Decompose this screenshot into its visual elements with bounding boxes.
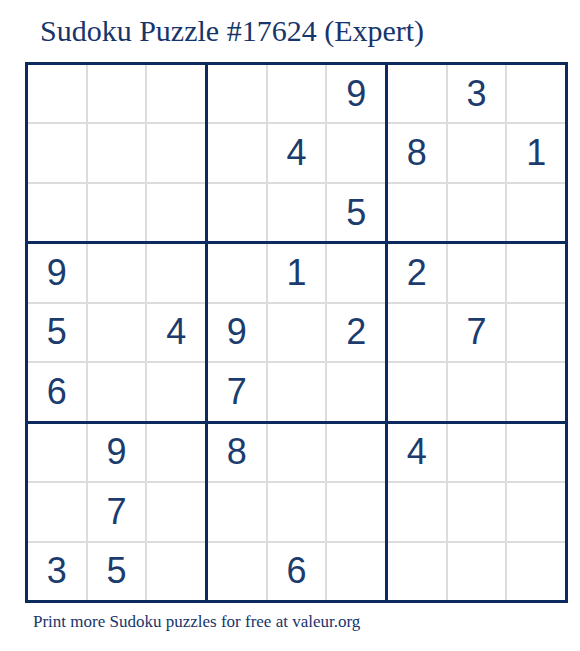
cell-r6c4[interactable]: 7 [208, 363, 266, 420]
cell-r1c2[interactable] [88, 65, 146, 122]
cell-r4c6[interactable] [327, 244, 385, 301]
sudoku-board: 94538195461927279735864 [25, 62, 568, 603]
cell-r8c4[interactable] [208, 483, 266, 540]
cell-r4c9[interactable] [507, 244, 565, 301]
cell-r4c3[interactable] [147, 244, 205, 301]
cell-r7c2[interactable]: 9 [88, 424, 146, 481]
cell-r3c9[interactable] [507, 184, 565, 241]
cell-r6c2[interactable] [88, 363, 146, 420]
box-r2c2: 1927 [208, 244, 385, 420]
cell-r9c5[interactable]: 6 [268, 543, 326, 600]
cell-r1c4[interactable] [208, 65, 266, 122]
cell-r8c8[interactable] [448, 483, 506, 540]
cell-r9c1[interactable]: 3 [28, 543, 86, 600]
cell-r7c1[interactable] [28, 424, 86, 481]
cell-r8c2[interactable]: 7 [88, 483, 146, 540]
cell-r3c5[interactable] [268, 184, 326, 241]
cell-r4c5[interactable]: 1 [268, 244, 326, 301]
cell-r6c5[interactable] [268, 363, 326, 420]
cell-r6c6[interactable] [327, 363, 385, 420]
cell-r2c6[interactable] [327, 124, 385, 181]
box-r1c3: 381 [388, 65, 565, 241]
box-r2c3: 27 [388, 244, 565, 420]
cell-r7c9[interactable] [507, 424, 565, 481]
cell-r2c4[interactable] [208, 124, 266, 181]
cell-r2c7[interactable]: 8 [388, 124, 446, 181]
cell-r2c3[interactable] [147, 124, 205, 181]
cell-r4c8[interactable] [448, 244, 506, 301]
cell-r3c4[interactable] [208, 184, 266, 241]
cell-r3c7[interactable] [388, 184, 446, 241]
box-r3c1: 9735 [28, 424, 205, 600]
cell-r2c5[interactable]: 4 [268, 124, 326, 181]
cell-r6c8[interactable] [448, 363, 506, 420]
cell-r8c6[interactable] [327, 483, 385, 540]
cell-r2c8[interactable] [448, 124, 506, 181]
cell-r9c3[interactable] [147, 543, 205, 600]
cell-r3c1[interactable] [28, 184, 86, 241]
cell-r1c9[interactable] [507, 65, 565, 122]
cell-r3c8[interactable] [448, 184, 506, 241]
cell-r6c1[interactable]: 6 [28, 363, 86, 420]
footer-text: Print more Sudoku puzzles for free at va… [33, 612, 360, 632]
cell-r1c3[interactable] [147, 65, 205, 122]
cell-r4c1[interactable]: 9 [28, 244, 86, 301]
cell-r5c3[interactable]: 4 [147, 304, 205, 361]
cell-r8c1[interactable] [28, 483, 86, 540]
cell-r5c6[interactable]: 2 [327, 304, 385, 361]
cell-r1c1[interactable] [28, 65, 86, 122]
cell-r9c8[interactable] [448, 543, 506, 600]
cell-r7c4[interactable]: 8 [208, 424, 266, 481]
cell-r5c8[interactable]: 7 [448, 304, 506, 361]
cell-r7c3[interactable] [147, 424, 205, 481]
cell-r9c9[interactable] [507, 543, 565, 600]
cell-r8c7[interactable] [388, 483, 446, 540]
cell-r1c8[interactable]: 3 [448, 65, 506, 122]
cell-r4c2[interactable] [88, 244, 146, 301]
cell-r2c9[interactable]: 1 [507, 124, 565, 181]
cell-r9c4[interactable] [208, 543, 266, 600]
cell-r9c6[interactable] [327, 543, 385, 600]
cell-r1c7[interactable] [388, 65, 446, 122]
box-r3c2: 86 [208, 424, 385, 600]
cell-r3c2[interactable] [88, 184, 146, 241]
cell-r5c4[interactable]: 9 [208, 304, 266, 361]
cell-r9c7[interactable] [388, 543, 446, 600]
cell-r5c1[interactable]: 5 [28, 304, 86, 361]
cell-r6c9[interactable] [507, 363, 565, 420]
cell-r5c2[interactable] [88, 304, 146, 361]
cell-r3c6[interactable]: 5 [327, 184, 385, 241]
page-title: Sudoku Puzzle #17624 (Expert) [40, 14, 424, 48]
cell-r9c2[interactable]: 5 [88, 543, 146, 600]
cell-r7c7[interactable]: 4 [388, 424, 446, 481]
cell-r4c4[interactable] [208, 244, 266, 301]
cell-r7c5[interactable] [268, 424, 326, 481]
cell-r6c7[interactable] [388, 363, 446, 420]
box-r1c1 [28, 65, 205, 241]
cell-r8c3[interactable] [147, 483, 205, 540]
box-r2c1: 9546 [28, 244, 205, 420]
box-r3c3: 4 [388, 424, 565, 600]
cell-r5c9[interactable] [507, 304, 565, 361]
cell-r5c7[interactable] [388, 304, 446, 361]
cell-r2c1[interactable] [28, 124, 86, 181]
box-r1c2: 945 [208, 65, 385, 241]
cell-r7c8[interactable] [448, 424, 506, 481]
sudoku-print-page: Sudoku Puzzle #17624 (Expert) 9453819546… [0, 0, 580, 651]
cell-r8c9[interactable] [507, 483, 565, 540]
cell-r6c3[interactable] [147, 363, 205, 420]
cell-r5c5[interactable] [268, 304, 326, 361]
cell-r4c7[interactable]: 2 [388, 244, 446, 301]
cell-r1c6[interactable]: 9 [327, 65, 385, 122]
cell-r3c3[interactable] [147, 184, 205, 241]
cell-r8c5[interactable] [268, 483, 326, 540]
cell-r2c2[interactable] [88, 124, 146, 181]
cell-r1c5[interactable] [268, 65, 326, 122]
cell-r7c6[interactable] [327, 424, 385, 481]
